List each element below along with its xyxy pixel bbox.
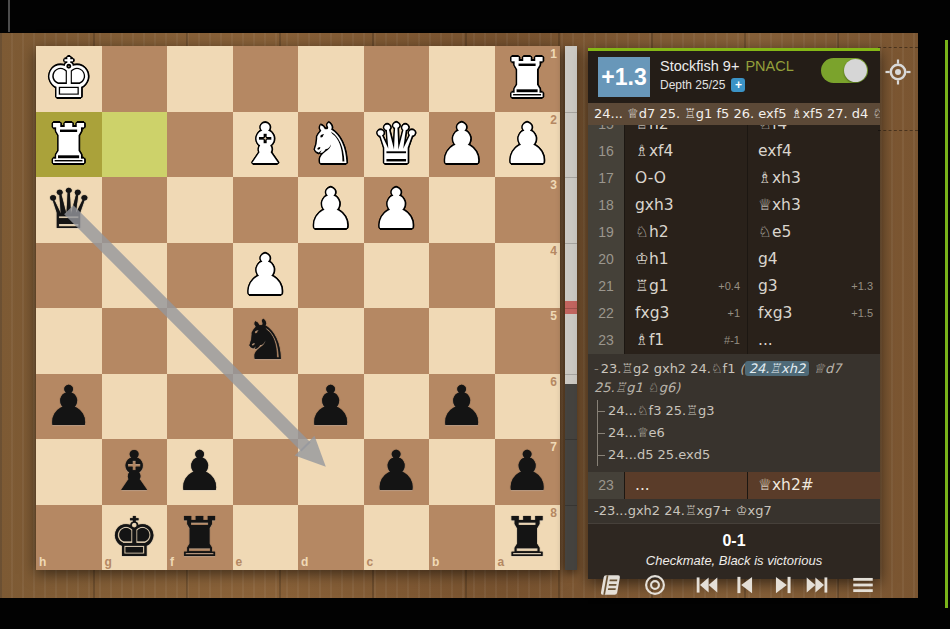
eval-gauge [565,46,577,570]
move-20-white[interactable]: ♔h1 [625,246,747,273]
square-f6[interactable] [167,374,233,440]
bottom-toolbar [588,572,888,598]
piece-wP-a2[interactable]: ♟ [495,112,561,178]
square-g6[interactable] [102,374,168,440]
move-san: ♘e5 [758,223,791,241]
engine-name: Stockfish 9+PNACL [660,58,794,74]
move-row-23: 23...♕xh2# [588,472,880,499]
square-c7[interactable]: ♟ [364,439,430,505]
move-eval: +1.3 [851,273,873,300]
move-21-black[interactable]: g3+1.3 [747,273,880,300]
gauge-tick [565,308,577,309]
square-b8[interactable]: b [429,505,495,571]
square-g7[interactable]: ♝ [102,439,168,505]
variation-line-1[interactable]: -23.♖g2 gxh2 24.♘f1 (24.♖xh2 ♕d7 25.♖g1 … [594,359,874,397]
coord-file-e: e [236,555,243,569]
square-d3[interactable]: ♟ [298,177,364,243]
move-row-19: 19♘h2♘e5 [588,219,880,246]
square-e7[interactable] [233,439,299,505]
move-row-16: 16♗xf4exf4 [588,138,880,165]
menu-icon[interactable] [850,572,876,598]
result-comment: Checkmate, Black is victorious [588,552,880,570]
move-23-white[interactable]: ♗f1#-1 [625,327,747,354]
square-g2[interactable] [102,112,168,178]
move-20-black[interactable]: g4 [747,246,880,273]
square-c1[interactable] [364,46,430,112]
square-b4[interactable] [429,243,495,309]
result-score: 0-1 [588,530,880,552]
square-c8[interactable]: c [364,505,430,571]
move-san: g4 [758,250,778,268]
move-row-22: 22fxg3+1fxg3+1.5 [588,300,880,327]
engine-header: +1.3 Stockfish 9+PNACL Depth 25/25+ [588,51,880,103]
move-row-18: 18gxh3♕xh3 [588,192,880,219]
square-d4[interactable] [298,243,364,309]
variation-block: -23.♖g2 gxh2 24.♘f1 (24.♖xh2 ♕d7 25.♖g1 … [588,354,880,472]
move-16-black[interactable]: exf4 [747,138,880,165]
square-g4[interactable] [102,243,168,309]
piece-wB-e2[interactable]: ♝ [233,112,299,178]
piece-bP-a7[interactable]: ♟ [495,439,561,505]
move-21-white[interactable]: ♖g1+0.4 [625,273,747,300]
square-g8[interactable]: g♚ [102,505,168,571]
move-san: ♘f4 [758,125,787,133]
variation-main-moves[interactable]: 23.♖g2 gxh2 24.♘f1 [601,361,740,376]
piece-bP-f7[interactable]: ♟ [167,439,233,505]
notebook-icon[interactable] [597,572,623,598]
variation-current-move[interactable]: 24.♖xh2 [745,361,810,376]
engine-toggle-switch[interactable] [821,58,868,83]
move-16-white[interactable]: ♗xf4 [625,138,747,165]
move-19-black[interactable]: ♘e5 [747,219,880,246]
square-a1[interactable]: 1♜ [495,46,561,112]
gauge-tick [565,374,577,375]
move-san: ... [758,331,773,349]
move-san: g3 [758,277,778,295]
variation-subline-3[interactable]: 24...d5 25.exd5 [598,444,874,466]
square-f3[interactable] [167,177,233,243]
window-notch [8,0,10,32]
square-h8[interactable]: h [36,505,102,571]
piece-bP-d6[interactable]: ♟ [298,374,364,440]
square-d8[interactable]: d [298,505,364,571]
piece-wK-h1[interactable]: ♚ [36,46,102,112]
add-depth-button[interactable]: + [731,78,745,92]
move-number: 21 [588,273,625,300]
square-f5[interactable] [167,308,233,374]
piece-wN-d2[interactable]: ♞ [298,112,364,178]
move-san: ♕h2 [635,125,669,133]
move-eval: +1.5 [851,300,873,327]
previous-move-icon[interactable] [732,572,758,598]
result-block: 0-1 Checkmate, Black is victorious [588,523,880,579]
square-f1[interactable] [167,46,233,112]
square-a2[interactable]: 2♟ [495,112,561,178]
square-d7[interactable] [298,439,364,505]
move-san: ♕xh2# [758,476,814,494]
move-23-black[interactable]: ... [747,327,880,354]
square-c4[interactable] [364,243,430,309]
bottom-letterbox [0,598,950,629]
square-e1[interactable] [233,46,299,112]
engine-name-label: Stockfish 9+ [660,58,739,74]
move-row-15: 15♕h2♘f4 [588,125,880,138]
piece-bP-h6[interactable]: ♟ [36,374,102,440]
move-19-white[interactable]: ♘h2 [625,219,747,246]
coord-rank-3: 3 [550,178,557,192]
move-row-23: 23♗f1#-1... [588,327,880,354]
coord-rank-6: 6 [550,375,557,389]
square-h2[interactable]: ♜ [36,112,102,178]
window-edge-accent [945,40,948,608]
record-icon[interactable] [642,572,668,598]
move-san: ♖g1 [635,277,669,295]
piece-bK-g8[interactable]: ♚ [102,505,168,571]
square-e3[interactable] [233,177,299,243]
square-c6[interactable] [364,374,430,440]
move-san: ♕xh3 [758,196,801,214]
mate-move-row: 23...♕xh2# [588,472,880,499]
gauge-tick [565,112,577,113]
move-san: ... [635,476,650,494]
square-b1[interactable] [429,46,495,112]
gauge-tick [565,177,577,178]
square-b6[interactable]: ♟ [429,374,495,440]
move-18-black[interactable]: ♕xh3 [747,192,880,219]
first-move-icon[interactable] [694,572,720,598]
piece-wP-c3[interactable]: ♟ [364,177,430,243]
variation-subline-1[interactable]: 24...♘f3 25.♖g3 [598,400,874,422]
square-b2[interactable]: ♟ [429,112,495,178]
piece-bR-f8[interactable]: ♜ [167,505,233,571]
move-list: 15♕h2♘f416♗xf4exf417O-O♗xh318gxh3♕xh319♘… [588,125,880,354]
variation-subtree: 24...♘f3 25.♖g324...♕e624...d5 25.exd5 [597,400,874,466]
move-22-black[interactable]: fxg3+1.5 [747,300,880,327]
square-d1[interactable] [298,46,364,112]
square-c2[interactable]: ♛ [364,112,430,178]
move-row-17: 17O-O♗xh3 [588,165,880,192]
gauge-tick [565,439,577,440]
move-number: 19 [588,219,625,246]
last-move-icon[interactable] [804,572,830,598]
square-h6[interactable]: ♟ [36,374,102,440]
square-b5[interactable] [429,308,495,374]
move-23-black[interactable]: ♕xh2# [747,472,880,499]
move-number: 17 [588,165,625,192]
square-f7[interactable]: ♟ [167,439,233,505]
move-san: ♗f1 [635,331,664,349]
coord-file-b: b [432,555,439,569]
piece-bN-e5[interactable]: ♞ [233,308,299,374]
gauge-tick [565,505,577,506]
engine-depth-label: Depth 25/25 [660,78,725,92]
analysis-panel: +1.3 Stockfish 9+PNACL Depth 25/25+ 24..… [588,48,880,579]
square-e4[interactable]: ♟ [233,243,299,309]
square-c3[interactable]: ♟ [364,177,430,243]
piece-wQ-c2[interactable]: ♛ [364,112,430,178]
analysis-target-icon[interactable] [884,58,912,86]
chess-board[interactable]: ♚1♜♜♝♞♛♟2♟♛♟♟3♟4♞5♟♟♟6♝♟♟7♟hg♚f♜edcba8♜ [36,46,560,570]
square-f8[interactable]: f♜ [167,505,233,571]
square-a7[interactable]: 7♟ [495,439,561,505]
square-d5[interactable] [298,308,364,374]
square-a3[interactable]: 3 [495,177,561,243]
top-letterbox [0,0,950,33]
piece-wP-b2[interactable]: ♟ [429,112,495,178]
move-23-white[interactable]: ... [625,472,747,499]
coord-file-c: c [367,555,374,569]
move-number: 22 [588,300,625,327]
variation-dash: - [594,361,599,376]
square-h7[interactable] [36,439,102,505]
piece-wR-h2[interactable]: ♜ [36,112,102,178]
square-g1[interactable] [102,46,168,112]
eval-gauge-white-portion [565,46,577,384]
square-a4[interactable]: 4 [495,243,561,309]
variation-line-2[interactable]: -23...gxh2 24.♖xg7+ ♔xg7 [588,499,880,523]
eval-score-badge: +1.3 [598,57,650,97]
move-san: fxg3 [635,304,669,322]
next-move-icon[interactable] [770,572,796,598]
piece-wR-a1[interactable]: ♜ [495,46,561,112]
move-san: exf4 [758,142,792,160]
move-san: ♘h2 [635,223,669,241]
piece-bP-b6[interactable]: ♟ [429,374,495,440]
square-h4[interactable] [36,243,102,309]
move-number: 23 [588,472,625,499]
square-h1[interactable]: ♚ [36,46,102,112]
move-eval: #-1 [724,327,740,354]
variation-paren-open: ( [740,361,745,376]
move-san: O-O [635,169,666,187]
move-number: 18 [588,192,625,219]
coord-file-h: h [39,555,46,569]
square-g5[interactable] [102,308,168,374]
coord-file-d: d [301,555,308,569]
piece-bQ-h3[interactable]: ♛ [36,177,102,243]
move-san: ♗xh3 [758,169,801,187]
square-b3[interactable] [429,177,495,243]
move-row-20: 20♔h1g4 [588,246,880,273]
piece-wP-e4[interactable]: ♟ [233,243,299,309]
move-15-white[interactable]: ♕h2 [625,125,747,138]
piece-wP-d3[interactable]: ♟ [298,177,364,243]
engine-depth: Depth 25/25+ [660,78,745,92]
move-number: 23 [588,327,625,354]
engine-principal-variation[interactable]: 24... ♕d7 25. ♖g1 f5 26. exf5 ♗xf5 27. d… [588,103,880,125]
move-number: 15 [588,125,625,138]
square-c5[interactable] [364,308,430,374]
square-a6[interactable]: 6 [495,374,561,440]
move-18-white[interactable]: gxh3 [625,192,747,219]
gauge-tick [565,243,577,244]
piece-bB-g7[interactable]: ♝ [102,439,168,505]
square-h3[interactable]: ♛ [36,177,102,243]
engine-tag-label: PNACL [745,58,793,74]
square-e6[interactable] [233,374,299,440]
move-san: fxg3 [758,304,792,322]
piece-bR-a8[interactable]: ♜ [495,505,561,571]
square-h5[interactable] [36,308,102,374]
move-row-21: 21♖g1+0.4g3+1.3 [588,273,880,300]
coord-rank-5: 5 [550,309,557,323]
variation-subline-2[interactable]: 24...♕e6 [598,422,874,444]
move-15-black[interactable]: ♘f4 [747,125,880,138]
move-17-black[interactable]: ♗xh3 [747,165,880,192]
move-number: 16 [588,138,625,165]
move-17-white[interactable]: O-O [625,165,747,192]
square-e5[interactable]: ♞ [233,308,299,374]
square-g3[interactable] [102,177,168,243]
move-san: ♔h1 [635,250,669,268]
square-d2[interactable]: ♞ [298,112,364,178]
piece-bP-c7[interactable]: ♟ [364,439,430,505]
move-eval: +0.4 [718,273,740,300]
app-screen: ♚1♜♜♝♞♛♟2♟♛♟♟3♟4♞5♟♟♟6♝♟♟7♟hg♚f♜edcba8♜ … [0,0,950,629]
square-a5[interactable]: 5 [495,308,561,374]
square-f4[interactable] [167,243,233,309]
move-san: ♗xf4 [635,142,673,160]
square-d6[interactable]: ♟ [298,374,364,440]
move-san: gxh3 [635,196,674,214]
square-b7[interactable] [429,439,495,505]
square-e2[interactable]: ♝ [233,112,299,178]
coord-rank-4: 4 [550,244,557,258]
square-a8[interactable]: a8♜ [495,505,561,571]
square-f2[interactable] [167,112,233,178]
toggle-knob [844,59,867,82]
square-e8[interactable]: e [233,505,299,571]
move-22-white[interactable]: fxg3+1 [625,300,747,327]
move-number: 20 [588,246,625,273]
move-eval: +1 [727,300,740,327]
